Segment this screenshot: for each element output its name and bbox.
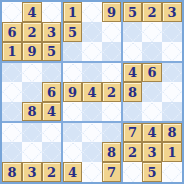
diamond-pattern	[42, 63, 61, 82]
diamond-pattern	[2, 82, 22, 102]
cell-r6c2: 8	[22, 102, 42, 121]
cell-r9c6: 7	[102, 162, 121, 182]
diamond-pattern	[22, 82, 42, 102]
given-digit: 2	[22, 22, 42, 42]
cell-r8c4[interactable]	[63, 142, 82, 162]
given-digit: 2	[42, 162, 61, 182]
cell-r7c9: 8	[162, 123, 182, 142]
cell-r5c2[interactable]	[22, 82, 42, 102]
given-digit: 9	[63, 82, 82, 102]
given-digit: 6	[142, 63, 162, 82]
cell-r1c3[interactable]	[42, 2, 61, 22]
cell-r3c5[interactable]	[82, 42, 102, 61]
given-digit: 5	[42, 42, 61, 61]
cell-r6c6[interactable]	[102, 102, 121, 121]
given-digit: 8	[2, 162, 22, 182]
cell-r5c6: 2	[102, 82, 121, 102]
diamond-pattern	[22, 123, 42, 142]
diamond-pattern	[2, 63, 22, 82]
cell-r8c2[interactable]	[22, 142, 42, 162]
cell-r2c6[interactable]	[102, 22, 121, 42]
sudoku-board: 41952362351954669428847488231832475	[0, 0, 184, 184]
cell-r4c4[interactable]	[63, 63, 82, 82]
cell-r9c4: 4	[63, 162, 82, 182]
cell-r1c2: 4	[22, 2, 42, 22]
given-digit: 2	[142, 2, 162, 22]
diamond-pattern	[123, 22, 142, 42]
cell-r7c4[interactable]	[63, 123, 82, 142]
given-digit: 2	[102, 82, 121, 102]
given-digit: 6	[2, 22, 22, 42]
cell-r9c3: 2	[42, 162, 61, 182]
diamond-pattern	[123, 162, 142, 182]
cell-r3c7[interactable]	[123, 42, 142, 61]
diamond-pattern	[2, 2, 22, 22]
diamond-pattern	[82, 2, 102, 22]
cell-r8c3[interactable]	[42, 142, 61, 162]
cell-r5c1[interactable]	[2, 82, 22, 102]
cell-r4c8: 6	[142, 63, 162, 82]
cell-r4c5[interactable]	[82, 63, 102, 82]
cell-r5c4: 9	[63, 82, 82, 102]
diamond-pattern	[162, 42, 182, 61]
diamond-pattern	[82, 42, 102, 61]
cell-r2c5[interactable]	[82, 22, 102, 42]
diamond-pattern	[82, 162, 102, 182]
cell-r1c5[interactable]	[82, 2, 102, 22]
diamond-pattern	[102, 123, 121, 142]
diamond-pattern	[82, 123, 102, 142]
cell-r7c1[interactable]	[2, 123, 22, 142]
cell-r9c2: 3	[22, 162, 42, 182]
diamond-pattern	[142, 102, 162, 121]
given-digit: 8	[102, 142, 121, 162]
diamond-pattern	[142, 82, 162, 102]
diamond-pattern	[142, 42, 162, 61]
diamond-pattern	[2, 142, 22, 162]
cell-r4c9[interactable]	[162, 63, 182, 82]
given-digit: 1	[2, 42, 22, 61]
cell-r1c9: 3	[162, 2, 182, 22]
given-digit: 3	[162, 2, 182, 22]
cell-r3c3: 5	[42, 42, 61, 61]
diamond-pattern	[42, 2, 61, 22]
diamond-pattern	[2, 102, 22, 121]
diamond-pattern	[42, 123, 61, 142]
cell-r9c9[interactable]	[162, 162, 182, 182]
cell-r7c5[interactable]	[82, 123, 102, 142]
diamond-pattern	[82, 142, 102, 162]
cell-r3c4[interactable]	[63, 42, 82, 61]
given-digit: 9	[102, 2, 121, 22]
cell-r2c1: 6	[2, 22, 22, 42]
cell-r5c3: 6	[42, 82, 61, 102]
given-digit: 4	[142, 123, 162, 142]
diamond-pattern	[63, 123, 82, 142]
given-digit: 1	[162, 142, 182, 162]
cell-r3c1: 1	[2, 42, 22, 61]
diamond-pattern	[102, 42, 121, 61]
cell-r6c7[interactable]	[123, 102, 142, 121]
diamond-pattern	[142, 22, 162, 42]
given-digit: 8	[123, 82, 142, 102]
given-digit: 7	[102, 162, 121, 182]
cell-r1c8: 2	[142, 2, 162, 22]
cell-r2c8[interactable]	[142, 22, 162, 42]
diamond-pattern	[82, 63, 102, 82]
cell-r3c9[interactable]	[162, 42, 182, 61]
diamond-pattern	[162, 102, 182, 121]
diamond-pattern	[162, 22, 182, 42]
diamond-pattern	[63, 102, 82, 121]
cell-r5c9[interactable]	[162, 82, 182, 102]
given-digit: 4	[63, 162, 82, 182]
diamond-pattern	[82, 22, 102, 42]
cell-r4c6[interactable]	[102, 63, 121, 82]
cell-r2c9[interactable]	[162, 22, 182, 42]
given-digit: 2	[123, 142, 142, 162]
cell-r6c5[interactable]	[82, 102, 102, 121]
diamond-pattern	[102, 63, 121, 82]
cell-r2c3: 3	[42, 22, 61, 42]
cell-r8c6: 8	[102, 142, 121, 162]
diamond-pattern	[102, 22, 121, 42]
cell-r9c5[interactable]	[82, 162, 102, 182]
cell-r6c3: 4	[42, 102, 61, 121]
diamond-pattern	[102, 102, 121, 121]
given-digit: 4	[82, 82, 102, 102]
diamond-pattern	[63, 63, 82, 82]
diamond-pattern	[22, 63, 42, 82]
cell-r6c1[interactable]	[2, 102, 22, 121]
cell-r2c2: 2	[22, 22, 42, 42]
cell-r7c7: 7	[123, 123, 142, 142]
given-digit: 3	[42, 22, 61, 42]
given-digit: 4	[123, 63, 142, 82]
diamond-pattern	[162, 82, 182, 102]
cell-r2c7[interactable]	[123, 22, 142, 42]
cell-r5c7: 8	[123, 82, 142, 102]
given-digit: 3	[142, 142, 162, 162]
cell-r5c5: 4	[82, 82, 102, 102]
cell-r8c1[interactable]	[2, 142, 22, 162]
given-digit: 5	[142, 162, 162, 182]
cell-r6c4[interactable]	[63, 102, 82, 121]
cell-r7c2[interactable]	[22, 123, 42, 142]
diamond-pattern	[63, 142, 82, 162]
cell-r9c8: 5	[142, 162, 162, 182]
cell-r8c9: 1	[162, 142, 182, 162]
cell-r9c7[interactable]	[123, 162, 142, 182]
cell-r1c4: 1	[63, 2, 82, 22]
given-digit: 7	[123, 123, 142, 142]
cell-r8c7: 2	[123, 142, 142, 162]
cell-r7c6[interactable]	[102, 123, 121, 142]
cell-r3c2: 9	[22, 42, 42, 61]
diamond-pattern	[162, 162, 182, 182]
diamond-pattern	[22, 142, 42, 162]
cell-r7c8: 4	[142, 123, 162, 142]
cell-r6c8[interactable]	[142, 102, 162, 121]
given-digit: 6	[42, 82, 61, 102]
cell-r6c9[interactable]	[162, 102, 182, 121]
given-digit: 8	[162, 123, 182, 142]
cell-r3c6[interactable]	[102, 42, 121, 61]
given-digit: 4	[42, 102, 61, 121]
given-digit: 3	[22, 162, 42, 182]
cell-r8c8: 3	[142, 142, 162, 162]
given-digit: 8	[22, 102, 42, 121]
cell-r3c8[interactable]	[142, 42, 162, 61]
cell-r1c1[interactable]	[2, 2, 22, 22]
given-digit: 5	[63, 22, 82, 42]
cell-r4c1[interactable]	[2, 63, 22, 82]
cell-r4c7: 4	[123, 63, 142, 82]
diamond-pattern	[2, 123, 22, 142]
cell-r5c8[interactable]	[142, 82, 162, 102]
diamond-pattern	[63, 42, 82, 61]
cell-r8c5[interactable]	[82, 142, 102, 162]
cell-r1c7: 5	[123, 2, 142, 22]
cell-r9c1: 8	[2, 162, 22, 182]
diamond-pattern	[123, 102, 142, 121]
diamond-pattern	[123, 42, 142, 61]
cell-r4c3[interactable]	[42, 63, 61, 82]
given-digit: 5	[123, 2, 142, 22]
diamond-pattern	[162, 63, 182, 82]
diamond-pattern	[42, 142, 61, 162]
diamond-pattern	[82, 102, 102, 121]
given-digit: 1	[63, 2, 82, 22]
cell-r2c4: 5	[63, 22, 82, 42]
cell-r1c6: 9	[102, 2, 121, 22]
cell-r4c2[interactable]	[22, 63, 42, 82]
given-digit: 4	[22, 2, 42, 22]
given-digit: 9	[22, 42, 42, 61]
cell-r7c3[interactable]	[42, 123, 61, 142]
